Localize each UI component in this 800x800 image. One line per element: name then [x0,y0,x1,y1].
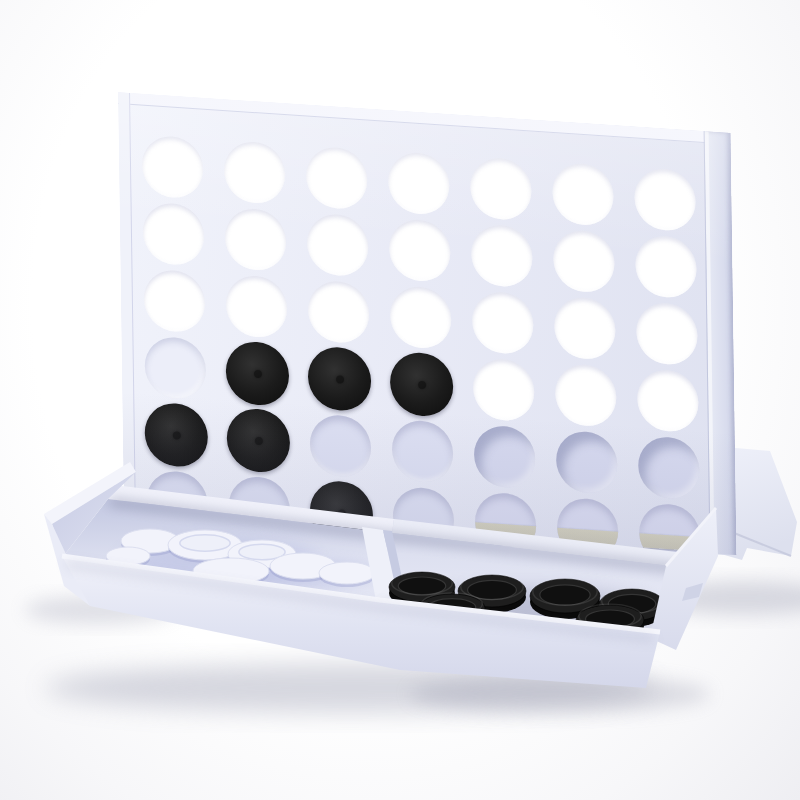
product-photo-stage [0,0,800,800]
tray-layer [0,0,800,800]
white-disc-tray[interactable] [319,562,375,587]
